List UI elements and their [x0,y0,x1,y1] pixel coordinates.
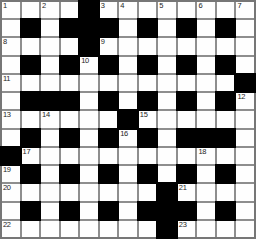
entry-cell-r11c10[interactable]: 21 [178,184,196,200]
block-cell-r5c13 [236,75,254,91]
entry-cell-r5c1[interactable]: 11 [2,75,20,91]
entry-cell-r7c4[interactable] [61,111,79,127]
entry-cell-r2c7[interactable] [119,20,137,36]
block-cell-r12c10 [178,203,196,219]
entry-cell-r2c9[interactable] [158,20,176,36]
entry-cell-r11c2[interactable] [22,184,40,200]
entry-cell-r12c11[interactable] [197,203,215,219]
entry-cell-r13c6[interactable] [100,221,118,237]
clue-number-11: 11 [3,75,10,83]
entry-cell-r7c12[interactable] [217,111,235,127]
block-cell-r1c5 [80,2,98,18]
entry-cell-r1c3[interactable]: 2 [41,2,59,18]
entry-cell-r9c12[interactable] [217,148,235,164]
block-cell-r4c12 [217,57,235,73]
entry-cell-r5c9[interactable] [158,75,176,91]
entry-cell-r9c3[interactable] [41,148,59,164]
entry-cell-r9c9[interactable] [158,148,176,164]
clue-number-1: 1 [3,2,7,10]
entry-cell-r3c7[interactable] [119,38,137,54]
clue-number-10: 10 [81,57,89,65]
block-cell-r10c12 [217,166,235,182]
entry-cell-r10c11[interactable] [197,166,215,182]
block-cell-r12c8 [139,203,157,219]
entry-cell-r10c13[interactable] [236,166,254,182]
block-cell-r12c4 [61,203,79,219]
entry-cell-r5c10[interactable] [178,75,196,91]
entry-cell-r5c11[interactable] [197,75,215,91]
entry-cell-r5c3[interactable] [41,75,59,91]
entry-cell-r5c8[interactable] [139,75,157,91]
entry-cell-r7c5[interactable] [80,111,98,127]
block-cell-r4c2 [22,57,40,73]
entry-cell-r11c1[interactable]: 20 [2,184,20,200]
entry-cell-r13c7[interactable] [119,221,137,237]
entry-cell-r13c10[interactable]: 23 [178,221,196,237]
entry-cell-r9c4[interactable] [61,148,79,164]
clue-number-16: 16 [120,130,128,138]
entry-cell-r1c2[interactable] [22,2,40,18]
block-cell-r6c4 [61,93,79,109]
entry-cell-r10c5[interactable] [80,166,98,182]
block-cell-r8c6 [100,130,118,146]
entry-cell-r10c7[interactable] [119,166,137,182]
clue-number-22: 22 [3,221,11,229]
block-cell-r4c6 [100,57,118,73]
entry-cell-r12c7[interactable] [119,203,137,219]
entry-cell-r13c11[interactable] [197,221,215,237]
entry-cell-r11c13[interactable] [236,184,254,200]
block-cell-r12c2 [22,203,40,219]
block-cell-r10c10 [178,166,196,182]
block-cell-r7c7 [119,111,137,127]
entry-cell-r10c1[interactable]: 19 [2,166,20,182]
entry-cell-r3c12[interactable] [217,38,235,54]
clue-number-2: 2 [42,2,46,10]
clue-number-19: 19 [3,166,11,174]
block-cell-r10c6 [100,166,118,182]
entry-cell-r13c12[interactable] [217,221,235,237]
clue-number-21: 21 [179,184,187,192]
block-cell-r6c6 [100,93,118,109]
entry-cell-r3c13[interactable] [236,38,254,54]
entry-cell-r13c5[interactable] [80,221,98,237]
entry-cell-r1c8[interactable] [139,2,157,18]
entry-cell-r9c11[interactable]: 18 [197,148,215,164]
entry-cell-r2c11[interactable] [197,20,215,36]
block-cell-r2c6 [100,20,118,36]
entry-cell-r6c11[interactable] [197,93,215,109]
entry-cell-r9c13[interactable] [236,148,254,164]
entry-cell-r8c1[interactable] [2,130,20,146]
block-cell-r10c8 [139,166,157,182]
entry-cell-r9c2[interactable]: 17 [22,148,40,164]
entry-cell-r12c13[interactable] [236,203,254,219]
entry-cell-r11c8[interactable] [139,184,157,200]
block-cell-r6c3 [41,93,59,109]
entry-cell-r4c7[interactable] [119,57,137,73]
block-cell-r2c8 [139,20,157,36]
entry-cell-r12c5[interactable] [80,203,98,219]
entry-cell-r5c7[interactable] [119,75,137,91]
entry-cell-r9c7[interactable] [119,148,137,164]
entry-cell-r5c5[interactable] [80,75,98,91]
clue-number-20: 20 [3,184,11,192]
entry-cell-r8c3[interactable] [41,130,59,146]
block-cell-r8c10 [178,130,196,146]
entry-cell-r11c12[interactable] [217,184,235,200]
entry-cell-r3c6[interactable]: 9 [100,38,118,54]
entry-cell-r13c13[interactable] [236,221,254,237]
block-cell-r8c12 [217,130,235,146]
entry-cell-r2c1[interactable] [2,20,20,36]
entry-cell-r3c1[interactable]: 8 [2,38,20,54]
block-cell-r2c5 [80,20,98,36]
entry-cell-r6c5[interactable] [80,93,98,109]
block-cell-r6c2 [22,93,40,109]
block-cell-r12c12 [217,203,235,219]
clue-number-14: 14 [42,111,50,119]
clue-number-4: 4 [120,2,124,10]
entry-cell-r12c1[interactable] [2,203,20,219]
block-cell-r2c2 [22,20,40,36]
entry-cell-r6c9[interactable] [158,93,176,109]
clue-number-13: 13 [3,111,11,119]
entry-cell-r11c4[interactable] [61,184,79,200]
clue-number-6: 6 [198,2,202,10]
entry-cell-r3c3[interactable] [41,38,59,54]
entry-cell-r13c8[interactable] [139,221,157,237]
entry-cell-r2c13[interactable] [236,20,254,36]
entry-cell-r4c1[interactable] [2,57,20,73]
entry-cell-r8c9[interactable] [158,130,176,146]
entry-cell-r11c3[interactable] [41,184,59,200]
entry-cell-r3c9[interactable] [158,38,176,54]
clue-number-15: 15 [140,111,148,119]
entry-cell-r3c10[interactable] [178,38,196,54]
entry-cell-r7c11[interactable] [197,111,215,127]
entry-cell-r4c3[interactable] [41,57,59,73]
entry-cell-r3c8[interactable] [139,38,157,54]
clue-number-12: 12 [237,93,245,101]
entry-cell-r8c13[interactable] [236,130,254,146]
block-cell-r3c5 [80,38,98,54]
block-cell-r6c8 [139,93,157,109]
entry-cell-r7c8[interactable]: 15 [139,111,157,127]
entry-cell-r4c11[interactable] [197,57,215,73]
entry-cell-r9c6[interactable] [100,148,118,164]
entry-cell-r1c1[interactable]: 1 [2,2,20,18]
entry-cell-r10c3[interactable] [41,166,59,182]
block-cell-r8c4 [61,130,79,146]
block-cell-r4c8 [139,57,157,73]
entry-cell-r5c6[interactable] [100,75,118,91]
entry-cell-r6c13[interactable]: 12 [236,93,254,109]
block-cell-r12c9 [158,203,176,219]
entry-cell-r6c7[interactable] [119,93,137,109]
entry-cell-r11c7[interactable] [119,184,137,200]
entry-cell-r11c5[interactable] [80,184,98,200]
crossword-board: 1234567891011121314151617181920212223 [0,0,256,239]
clue-number-17: 17 [23,148,31,156]
entry-cell-r10c9[interactable] [158,166,176,182]
block-cell-r6c10 [178,93,196,109]
block-cell-r13c9 [158,221,176,237]
entry-cell-r1c9[interactable]: 5 [158,2,176,18]
block-cell-r4c10 [178,57,196,73]
block-cell-r11c9 [158,184,176,200]
entry-cell-r13c2[interactable] [22,221,40,237]
clue-number-5: 5 [159,2,163,10]
entry-cell-r11c11[interactable] [197,184,215,200]
block-cell-r9c1 [2,148,20,164]
entry-cell-r9c5[interactable] [80,148,98,164]
entry-cell-r12c3[interactable] [41,203,59,219]
entry-cell-r1c10[interactable] [178,2,196,18]
entry-cell-r1c4[interactable] [61,2,79,18]
block-cell-r10c2 [22,166,40,182]
block-cell-r8c8 [139,130,157,146]
clue-number-23: 23 [179,221,187,229]
entry-cell-r7c2[interactable] [22,111,40,127]
entry-cell-r7c13[interactable] [236,111,254,127]
entry-cell-r1c13[interactable]: 7 [236,2,254,18]
block-cell-r8c11 [197,130,215,146]
entry-cell-r3c4[interactable] [61,38,79,54]
entry-cell-r8c7[interactable]: 16 [119,130,137,146]
entry-cell-r5c12[interactable] [217,75,235,91]
clue-number-7: 7 [237,2,241,10]
entry-cell-r1c6[interactable]: 3 [100,2,118,18]
entry-cell-r3c2[interactable] [22,38,40,54]
entry-cell-r4c9[interactable] [158,57,176,73]
block-cell-r10c4 [61,166,79,182]
entry-cell-r13c3[interactable] [41,221,59,237]
block-cell-r12c6 [100,203,118,219]
entry-cell-r7c9[interactable] [158,111,176,127]
block-cell-r8c2 [22,130,40,146]
clue-number-8: 8 [3,38,7,46]
clue-number-18: 18 [198,148,206,156]
entry-cell-r7c3[interactable]: 14 [41,111,59,127]
block-cell-r2c12 [217,20,235,36]
entry-cell-r1c12[interactable] [217,2,235,18]
entry-cell-r5c2[interactable] [22,75,40,91]
entry-cell-r5c4[interactable] [61,75,79,91]
entry-cell-r7c6[interactable] [100,111,118,127]
block-cell-r2c4 [61,20,79,36]
entry-cell-r2c3[interactable] [41,20,59,36]
entry-cell-r13c1[interactable]: 22 [2,221,20,237]
entry-cell-r3c11[interactable] [197,38,215,54]
clue-number-9: 9 [101,38,105,46]
clue-number-3: 3 [101,2,105,10]
entry-cell-r1c11[interactable]: 6 [197,2,215,18]
entry-cell-r11c6[interactable] [100,184,118,200]
entry-cell-r13c4[interactable] [61,221,79,237]
entry-cell-r9c8[interactable] [139,148,157,164]
crossword-screenshot: 1234567891011121314151617181920212223 [0,0,256,239]
entry-cell-r7c1[interactable]: 13 [2,111,20,127]
entry-cell-r8c5[interactable] [80,130,98,146]
entry-cell-r7c10[interactable] [178,111,196,127]
block-cell-r6c12 [217,93,235,109]
entry-cell-r1c7[interactable]: 4 [119,2,137,18]
block-cell-r4c4 [61,57,79,73]
entry-cell-r4c5[interactable]: 10 [80,57,98,73]
entry-cell-r6c1[interactable] [2,93,20,109]
block-cell-r2c10 [178,20,196,36]
entry-cell-r4c13[interactable] [236,57,254,73]
entry-cell-r9c10[interactable] [178,148,196,164]
